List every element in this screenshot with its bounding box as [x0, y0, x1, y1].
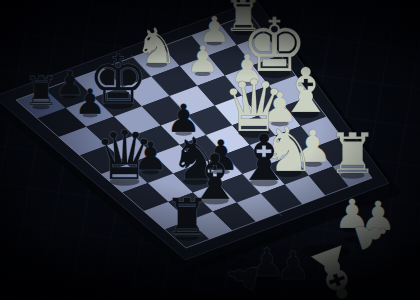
piece-black-bishop-e2: ♝ — [235, 120, 293, 195]
captured-black-pawn-2: ♟ — [276, 243, 311, 288]
piece-black-rook-a1: ♜ — [164, 187, 211, 248]
chess-photo-scene: ♜♟♞♚♟♟♟♚♜♝♟♟♟♛♟♟♟♞♜♞♛♝♝♟♟♜♟♝♟♟♟ — [0, 0, 420, 300]
piece-black-rook-a8: ♜ — [23, 68, 59, 114]
piece-black-queen-a4: ♛ — [94, 116, 155, 195]
chessboard: ♜♟♞♚♟♟♟♚♜♝♟♟♟♛♟♟♟♞♜♞♛♝♝♟♟♜♟♝♟♟♟ — [0, 0, 420, 300]
piece-white-pawn-f7: ♟ — [186, 38, 219, 81]
piece-white-rook-h1: ♜ — [328, 121, 378, 186]
